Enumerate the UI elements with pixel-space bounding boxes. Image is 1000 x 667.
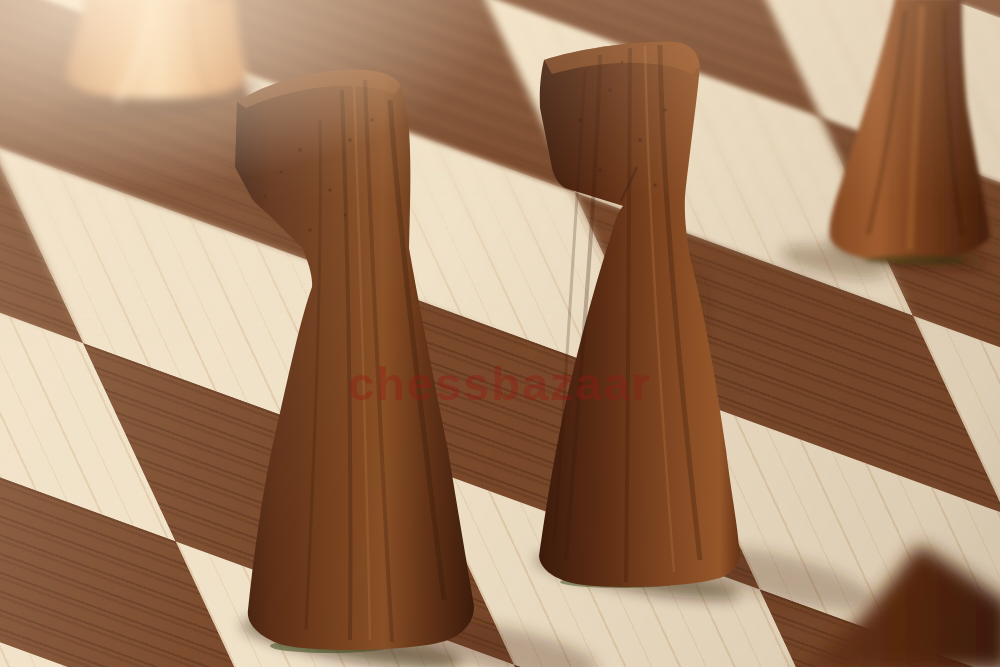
black-knight-e4 [539, 42, 740, 588]
chess-photo: chessbazaar [0, 0, 1000, 667]
white-pawn-b6 [66, 0, 247, 100]
black-knight-d4 [235, 69, 474, 653]
piece-shadows [51, 66, 989, 667]
pieces-layer [0, 0, 1000, 667]
black-pawn-g5 [830, 0, 990, 265]
